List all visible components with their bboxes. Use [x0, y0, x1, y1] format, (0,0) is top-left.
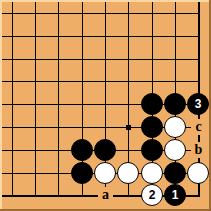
white-stone: [117, 162, 139, 184]
black-stone: [71, 162, 93, 184]
go-board-diagram: acb321: [0, 0, 211, 211]
white-stone: [94, 162, 116, 184]
move-2-stone-white: 2: [141, 184, 163, 206]
grid-line-horizontal: [2, 36, 200, 37]
black-stone: [141, 139, 163, 161]
grid-line-horizontal: [2, 81, 200, 82]
grid-line-vertical: [58, 2, 59, 197]
black-stone: [164, 93, 186, 115]
black-stone: [141, 93, 163, 115]
grid-line-vertical: [12, 2, 13, 197]
white-stone: [187, 162, 209, 184]
hoshi-marker: [126, 125, 131, 130]
white-stone: [164, 139, 186, 161]
move-1-stone-black: 1: [164, 184, 186, 206]
point-label-b: b: [191, 142, 206, 158]
black-stone: [164, 162, 186, 184]
grid-line-horizontal: [2, 13, 200, 14]
point-label-a: a: [98, 187, 113, 203]
grid-line-vertical: [35, 2, 36, 197]
white-stone: [164, 116, 186, 138]
move-3-stone-black: 3: [187, 93, 209, 115]
grid-line-horizontal: [2, 59, 200, 60]
point-label-c: c: [191, 119, 206, 135]
white-stone: [141, 162, 163, 184]
board-bevel-bottom: [0, 209, 211, 211]
black-stone: [71, 139, 93, 161]
board-bevel-left: [0, 0, 2, 211]
black-stone: [94, 139, 116, 161]
board-bevel-right: [209, 0, 211, 211]
black-stone: [141, 116, 163, 138]
